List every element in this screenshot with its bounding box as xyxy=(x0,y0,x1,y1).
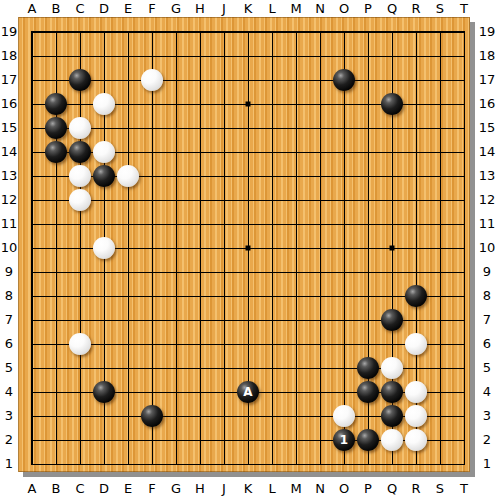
board-intersection[interactable] xyxy=(404,356,428,380)
board-intersection[interactable] xyxy=(380,236,404,260)
board-intersection[interactable] xyxy=(356,260,380,284)
board-intersection[interactable] xyxy=(380,20,404,44)
board-intersection[interactable] xyxy=(332,188,356,212)
board-intersection[interactable] xyxy=(236,332,260,356)
board-intersection[interactable] xyxy=(212,284,236,308)
board-intersection[interactable] xyxy=(404,236,428,260)
board-intersection[interactable] xyxy=(236,308,260,332)
board-intersection[interactable] xyxy=(452,380,476,404)
board-intersection[interactable] xyxy=(212,428,236,452)
board-intersection[interactable] xyxy=(236,20,260,44)
board-intersection[interactable] xyxy=(452,236,476,260)
board-intersection[interactable] xyxy=(140,284,164,308)
board-intersection[interactable] xyxy=(284,44,308,68)
board-intersection[interactable] xyxy=(236,44,260,68)
board-intersection[interactable] xyxy=(92,308,116,332)
board-intersection[interactable] xyxy=(428,452,452,476)
board-intersection[interactable] xyxy=(44,44,68,68)
board-intersection[interactable] xyxy=(188,236,212,260)
board-intersection[interactable] xyxy=(380,332,404,356)
board-intersection[interactable] xyxy=(116,284,140,308)
board-intersection[interactable] xyxy=(260,164,284,188)
board-intersection[interactable] xyxy=(356,188,380,212)
board-intersection[interactable] xyxy=(44,164,68,188)
board-intersection[interactable] xyxy=(404,428,428,452)
board-intersection[interactable] xyxy=(20,92,44,116)
board-intersection[interactable] xyxy=(404,284,428,308)
board-intersection[interactable] xyxy=(20,20,44,44)
board-intersection[interactable] xyxy=(116,236,140,260)
board-intersection[interactable] xyxy=(92,428,116,452)
board-intersection[interactable] xyxy=(332,260,356,284)
board-intersection[interactable] xyxy=(188,116,212,140)
board-intersection[interactable] xyxy=(332,356,356,380)
board-intersection[interactable] xyxy=(308,44,332,68)
board-intersection[interactable] xyxy=(404,164,428,188)
board-intersection[interactable] xyxy=(20,44,44,68)
board-intersection[interactable] xyxy=(92,92,116,116)
board-intersection[interactable] xyxy=(116,332,140,356)
board-intersection[interactable] xyxy=(332,404,356,428)
board-intersection[interactable] xyxy=(212,188,236,212)
board-intersection[interactable] xyxy=(428,44,452,68)
board-intersection[interactable] xyxy=(308,284,332,308)
board-intersection[interactable] xyxy=(284,260,308,284)
board-intersection[interactable] xyxy=(380,188,404,212)
board-intersection[interactable] xyxy=(332,20,356,44)
board-intersection[interactable] xyxy=(164,260,188,284)
board-intersection[interactable] xyxy=(380,260,404,284)
board-intersection[interactable] xyxy=(92,188,116,212)
board-intersection[interactable] xyxy=(260,188,284,212)
board-intersection[interactable] xyxy=(140,236,164,260)
board-intersection[interactable] xyxy=(68,188,92,212)
board-intersection[interactable] xyxy=(20,140,44,164)
board-intersection[interactable] xyxy=(308,380,332,404)
board-intersection[interactable] xyxy=(428,380,452,404)
board-intersection[interactable] xyxy=(140,188,164,212)
board-intersection[interactable] xyxy=(140,212,164,236)
board-intersection[interactable] xyxy=(380,404,404,428)
board-intersection[interactable] xyxy=(260,116,284,140)
board-intersection[interactable] xyxy=(44,140,68,164)
board-intersection[interactable] xyxy=(20,116,44,140)
board-intersection[interactable] xyxy=(188,284,212,308)
board-intersection[interactable] xyxy=(308,332,332,356)
board-intersection[interactable] xyxy=(428,260,452,284)
board-intersection[interactable] xyxy=(284,332,308,356)
board-intersection[interactable] xyxy=(260,356,284,380)
board-intersection[interactable] xyxy=(140,404,164,428)
board-intersection[interactable] xyxy=(380,68,404,92)
board-intersection[interactable] xyxy=(140,164,164,188)
board-intersection[interactable] xyxy=(428,356,452,380)
board-intersection[interactable] xyxy=(356,212,380,236)
board-intersection[interactable] xyxy=(260,452,284,476)
board-intersection[interactable] xyxy=(188,332,212,356)
board-intersection[interactable] xyxy=(452,428,476,452)
board-intersection[interactable] xyxy=(20,284,44,308)
board-intersection[interactable] xyxy=(188,452,212,476)
board-intersection[interactable] xyxy=(212,68,236,92)
board-intersection[interactable] xyxy=(260,44,284,68)
board-intersection[interactable] xyxy=(332,164,356,188)
board-intersection[interactable] xyxy=(140,332,164,356)
board-intersection[interactable] xyxy=(236,164,260,188)
board-intersection[interactable] xyxy=(68,44,92,68)
board-intersection[interactable] xyxy=(44,188,68,212)
board-intersection[interactable] xyxy=(20,380,44,404)
board-intersection[interactable] xyxy=(380,44,404,68)
board-intersection[interactable] xyxy=(308,140,332,164)
board-intersection[interactable] xyxy=(140,116,164,140)
board-intersection[interactable] xyxy=(428,188,452,212)
board-intersection[interactable] xyxy=(452,332,476,356)
board-intersection[interactable] xyxy=(92,332,116,356)
board-intersection[interactable] xyxy=(260,20,284,44)
board-intersection[interactable] xyxy=(44,284,68,308)
board-intersection[interactable] xyxy=(68,140,92,164)
board-intersection[interactable] xyxy=(140,380,164,404)
board-intersection[interactable] xyxy=(452,188,476,212)
board-intersection[interactable] xyxy=(140,68,164,92)
board-intersection[interactable] xyxy=(356,428,380,452)
board-intersection[interactable] xyxy=(212,308,236,332)
board-intersection[interactable] xyxy=(356,20,380,44)
board-intersection[interactable] xyxy=(404,404,428,428)
board-intersection[interactable] xyxy=(164,212,188,236)
board-intersection[interactable] xyxy=(404,44,428,68)
board-intersection[interactable] xyxy=(44,404,68,428)
board-intersection[interactable] xyxy=(140,140,164,164)
board-intersection[interactable] xyxy=(260,236,284,260)
board-intersection[interactable] xyxy=(212,260,236,284)
board-intersection[interactable] xyxy=(332,140,356,164)
board-intersection[interactable] xyxy=(212,380,236,404)
board-intersection[interactable] xyxy=(332,44,356,68)
board-intersection[interactable] xyxy=(308,212,332,236)
board-intersection[interactable] xyxy=(68,452,92,476)
board-intersection[interactable] xyxy=(116,188,140,212)
board-intersection[interactable] xyxy=(164,44,188,68)
board-intersection[interactable] xyxy=(236,116,260,140)
board-intersection[interactable] xyxy=(44,212,68,236)
board-intersection[interactable] xyxy=(188,260,212,284)
board-intersection[interactable] xyxy=(92,68,116,92)
board-intersection[interactable] xyxy=(68,308,92,332)
board-intersection[interactable] xyxy=(308,260,332,284)
board-intersection[interactable] xyxy=(212,404,236,428)
board-intersection[interactable] xyxy=(68,380,92,404)
board-intersection[interactable] xyxy=(332,212,356,236)
board-intersection[interactable] xyxy=(164,92,188,116)
board-intersection[interactable] xyxy=(332,380,356,404)
board-intersection[interactable] xyxy=(260,404,284,428)
board-intersection[interactable] xyxy=(140,92,164,116)
board-intersection[interactable] xyxy=(44,236,68,260)
board-intersection[interactable] xyxy=(188,20,212,44)
board-intersection[interactable] xyxy=(356,452,380,476)
board-intersection[interactable] xyxy=(452,140,476,164)
board-intersection[interactable] xyxy=(284,212,308,236)
board-intersection[interactable] xyxy=(332,92,356,116)
board-intersection[interactable] xyxy=(68,260,92,284)
board-intersection[interactable] xyxy=(44,380,68,404)
board-intersection[interactable] xyxy=(260,332,284,356)
board-intersection[interactable] xyxy=(116,356,140,380)
board-intersection[interactable] xyxy=(164,308,188,332)
board-intersection[interactable] xyxy=(212,212,236,236)
board-intersection[interactable] xyxy=(68,236,92,260)
board-intersection[interactable] xyxy=(212,236,236,260)
board-intersection[interactable] xyxy=(404,452,428,476)
board-intersection[interactable] xyxy=(212,44,236,68)
board-intersection[interactable] xyxy=(284,68,308,92)
board-intersection[interactable] xyxy=(284,356,308,380)
board-intersection[interactable] xyxy=(140,260,164,284)
board-intersection[interactable] xyxy=(452,116,476,140)
board-intersection[interactable] xyxy=(380,308,404,332)
board-intersection[interactable] xyxy=(236,452,260,476)
board-intersection[interactable] xyxy=(260,260,284,284)
board-intersection[interactable] xyxy=(116,452,140,476)
board-intersection[interactable] xyxy=(236,428,260,452)
board-intersection[interactable] xyxy=(380,92,404,116)
board-intersection[interactable] xyxy=(356,356,380,380)
board-intersection[interactable] xyxy=(452,356,476,380)
board-intersection[interactable] xyxy=(236,188,260,212)
board-intersection[interactable] xyxy=(404,20,428,44)
board-intersection[interactable] xyxy=(332,452,356,476)
board-intersection[interactable] xyxy=(20,428,44,452)
board-intersection[interactable] xyxy=(116,164,140,188)
board-intersection[interactable] xyxy=(20,188,44,212)
board-intersection[interactable] xyxy=(356,332,380,356)
board-intersection[interactable] xyxy=(92,236,116,260)
board-intersection[interactable] xyxy=(68,68,92,92)
board-intersection[interactable] xyxy=(68,212,92,236)
board-intersection[interactable]: A xyxy=(236,380,260,404)
board-intersection[interactable] xyxy=(92,164,116,188)
board-intersection[interactable] xyxy=(44,116,68,140)
board-intersection[interactable] xyxy=(68,20,92,44)
board-intersection[interactable] xyxy=(68,284,92,308)
board-intersection[interactable] xyxy=(188,44,212,68)
board-intersection[interactable] xyxy=(188,164,212,188)
board-intersection[interactable] xyxy=(140,44,164,68)
board-intersection[interactable] xyxy=(164,188,188,212)
board-intersection[interactable] xyxy=(116,260,140,284)
board-intersection[interactable] xyxy=(20,452,44,476)
board-intersection[interactable] xyxy=(212,20,236,44)
board-intersection[interactable] xyxy=(44,92,68,116)
board-intersection[interactable] xyxy=(92,356,116,380)
board-intersection[interactable] xyxy=(308,308,332,332)
board-intersection[interactable] xyxy=(116,92,140,116)
board-intersection[interactable] xyxy=(356,68,380,92)
board-intersection[interactable] xyxy=(68,332,92,356)
board-intersection[interactable] xyxy=(188,308,212,332)
board-intersection[interactable] xyxy=(428,164,452,188)
board-intersection[interactable] xyxy=(404,92,428,116)
board-intersection[interactable] xyxy=(140,20,164,44)
board-intersection[interactable] xyxy=(188,404,212,428)
board-intersection[interactable] xyxy=(68,164,92,188)
board-intersection[interactable] xyxy=(332,332,356,356)
board-intersection[interactable] xyxy=(284,92,308,116)
board-intersection[interactable] xyxy=(92,380,116,404)
board-intersection[interactable] xyxy=(284,284,308,308)
board-intersection[interactable] xyxy=(428,308,452,332)
board-intersection[interactable] xyxy=(404,140,428,164)
board-intersection[interactable] xyxy=(308,116,332,140)
board-intersection[interactable] xyxy=(44,260,68,284)
board-intersection[interactable] xyxy=(404,188,428,212)
board-intersection[interactable] xyxy=(428,212,452,236)
board-intersection[interactable] xyxy=(380,452,404,476)
board-intersection[interactable] xyxy=(164,428,188,452)
board-intersection[interactable] xyxy=(20,236,44,260)
board-intersection[interactable] xyxy=(452,164,476,188)
board-intersection[interactable] xyxy=(260,308,284,332)
board-intersection[interactable] xyxy=(92,212,116,236)
board-intersection[interactable] xyxy=(212,452,236,476)
board-intersection[interactable] xyxy=(428,68,452,92)
board-intersection[interactable] xyxy=(212,92,236,116)
board-intersection[interactable] xyxy=(452,260,476,284)
board-intersection[interactable] xyxy=(116,68,140,92)
board-intersection[interactable] xyxy=(116,20,140,44)
board-intersection[interactable] xyxy=(356,284,380,308)
board-intersection[interactable] xyxy=(284,308,308,332)
board-intersection[interactable] xyxy=(452,308,476,332)
board-intersection[interactable] xyxy=(308,356,332,380)
board-intersection[interactable] xyxy=(92,404,116,428)
board-intersection[interactable] xyxy=(428,116,452,140)
board-intersection[interactable] xyxy=(260,68,284,92)
board-intersection[interactable] xyxy=(20,308,44,332)
board-intersection[interactable] xyxy=(284,140,308,164)
board-intersection[interactable] xyxy=(404,380,428,404)
board-intersection[interactable] xyxy=(188,140,212,164)
board-intersection[interactable] xyxy=(164,332,188,356)
board-intersection[interactable] xyxy=(452,44,476,68)
board-intersection[interactable] xyxy=(20,404,44,428)
board-intersection[interactable] xyxy=(380,380,404,404)
board-intersection[interactable] xyxy=(164,236,188,260)
board-intersection[interactable] xyxy=(284,188,308,212)
board-intersection[interactable] xyxy=(404,308,428,332)
board-intersection[interactable] xyxy=(284,380,308,404)
board-intersection[interactable] xyxy=(284,116,308,140)
board-intersection[interactable] xyxy=(164,284,188,308)
board-intersection[interactable] xyxy=(404,332,428,356)
board-intersection[interactable] xyxy=(356,308,380,332)
board-intersection[interactable] xyxy=(356,380,380,404)
board-intersection[interactable] xyxy=(92,452,116,476)
board-intersection[interactable] xyxy=(308,428,332,452)
board-intersection[interactable] xyxy=(68,404,92,428)
board-intersection[interactable] xyxy=(332,116,356,140)
board-intersection[interactable] xyxy=(188,212,212,236)
board-intersection[interactable] xyxy=(92,140,116,164)
board-intersection[interactable] xyxy=(428,404,452,428)
board-intersection[interactable] xyxy=(188,356,212,380)
board-intersection[interactable] xyxy=(356,164,380,188)
board-intersection[interactable] xyxy=(380,284,404,308)
board-intersection[interactable] xyxy=(308,92,332,116)
board-intersection[interactable] xyxy=(284,404,308,428)
board-intersection[interactable] xyxy=(140,428,164,452)
board-intersection[interactable] xyxy=(452,284,476,308)
board-intersection[interactable] xyxy=(236,212,260,236)
board-intersection[interactable] xyxy=(380,356,404,380)
board-intersection[interactable] xyxy=(452,20,476,44)
board-intersection[interactable] xyxy=(308,164,332,188)
board-intersection[interactable] xyxy=(428,236,452,260)
board-intersection[interactable] xyxy=(20,332,44,356)
board-intersection[interactable] xyxy=(212,116,236,140)
board-intersection[interactable] xyxy=(164,452,188,476)
board-intersection[interactable] xyxy=(164,140,188,164)
board-intersection[interactable] xyxy=(68,116,92,140)
board-intersection[interactable] xyxy=(116,428,140,452)
board-intersection[interactable] xyxy=(68,92,92,116)
board-intersection[interactable] xyxy=(284,164,308,188)
board-intersection[interactable] xyxy=(284,236,308,260)
board-intersection[interactable] xyxy=(20,212,44,236)
board-intersection[interactable] xyxy=(260,212,284,236)
board-intersection[interactable] xyxy=(164,404,188,428)
board-intersection[interactable] xyxy=(164,356,188,380)
board-intersection[interactable] xyxy=(92,116,116,140)
board-intersection[interactable] xyxy=(284,452,308,476)
board-intersection[interactable] xyxy=(188,92,212,116)
board-intersection[interactable] xyxy=(356,140,380,164)
board-intersection[interactable] xyxy=(260,92,284,116)
board-intersection[interactable] xyxy=(236,236,260,260)
board-intersection[interactable] xyxy=(212,140,236,164)
board-intersection[interactable] xyxy=(68,428,92,452)
board-intersection[interactable] xyxy=(44,308,68,332)
board-intersection[interactable] xyxy=(332,308,356,332)
board-intersection[interactable] xyxy=(116,44,140,68)
board-intersection[interactable] xyxy=(68,356,92,380)
board-intersection[interactable] xyxy=(308,452,332,476)
board-intersection[interactable] xyxy=(116,308,140,332)
board-intersection[interactable] xyxy=(236,68,260,92)
board-intersection[interactable] xyxy=(356,44,380,68)
board-intersection[interactable] xyxy=(140,356,164,380)
board-intersection[interactable] xyxy=(260,140,284,164)
board-intersection[interactable] xyxy=(404,260,428,284)
board-intersection[interactable] xyxy=(44,428,68,452)
board-intersection[interactable] xyxy=(308,236,332,260)
board-intersection[interactable] xyxy=(308,68,332,92)
board-intersection[interactable] xyxy=(44,20,68,44)
board-intersection[interactable] xyxy=(332,68,356,92)
board-intersection[interactable] xyxy=(284,20,308,44)
board-intersection[interactable] xyxy=(452,404,476,428)
board-intersection[interactable] xyxy=(188,380,212,404)
board-intersection[interactable] xyxy=(116,116,140,140)
board-intersection[interactable] xyxy=(452,68,476,92)
board-intersection[interactable] xyxy=(428,284,452,308)
board-intersection[interactable] xyxy=(308,20,332,44)
board-intersection[interactable] xyxy=(188,428,212,452)
board-intersection[interactable] xyxy=(212,356,236,380)
board-intersection[interactable] xyxy=(260,428,284,452)
